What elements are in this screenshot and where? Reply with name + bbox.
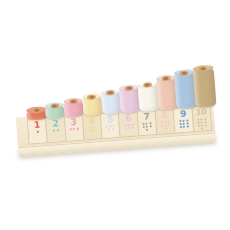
ring-stacks: [12, 55, 216, 162]
ring-stack-2: [45, 104, 65, 119]
peg-tip: [145, 83, 150, 86]
product-photo: 12345678910: [0, 0, 230, 230]
peg-tip: [200, 67, 205, 70]
peg-tip: [89, 95, 94, 98]
ring-stack-3: [64, 99, 84, 117]
peg-tip: [126, 87, 131, 90]
peg-tip: [71, 100, 76, 103]
ring-stack-10: [192, 66, 216, 107]
peg-tip: [52, 104, 57, 107]
peg-tip: [108, 91, 113, 94]
peg-tip: [163, 77, 168, 80]
peg-tip: [34, 109, 39, 112]
counting-board-toy: 12345678910: [12, 55, 216, 162]
ring-stack-4: [82, 95, 102, 116]
ring-stack-1: [26, 108, 48, 121]
peg-tip: [182, 71, 187, 74]
